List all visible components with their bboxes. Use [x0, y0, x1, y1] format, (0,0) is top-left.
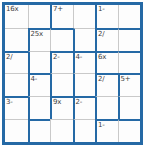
- cell-r2c4[interactable]: 6x: [95, 51, 118, 74]
- cell-r5c1[interactable]: [28, 119, 51, 142]
- cage-clue-i: 6x: [98, 53, 106, 62]
- cell-r3c1[interactable]: 4-: [28, 73, 51, 96]
- cell-r1c1[interactable]: 25x: [28, 28, 51, 51]
- cell-r1c3[interactable]: [73, 28, 96, 51]
- cell-r1c2[interactable]: [50, 28, 73, 51]
- cell-r2c3[interactable]: 4-: [73, 51, 96, 74]
- cell-r0c4[interactable]: 1-: [95, 5, 118, 28]
- cell-r4c1[interactable]: [28, 96, 51, 119]
- cage-clue-j: 4-: [31, 75, 38, 84]
- cage-clue-k: 2/: [98, 75, 104, 84]
- cage-clue-n: 9x: [53, 98, 61, 107]
- cell-r4c5[interactable]: [118, 96, 141, 119]
- kenken-board: 16x7+1-25x2/2/2-4-6x4-2/5+3-9x2-1-: [2, 2, 143, 145]
- cell-r5c4[interactable]: 1-: [95, 119, 118, 142]
- cage-clue-l: 5+: [121, 75, 131, 84]
- cage-clue-f: 2/: [6, 53, 12, 62]
- cell-r3c4[interactable]: 2/: [95, 73, 118, 96]
- cell-r5c3[interactable]: [73, 119, 96, 142]
- cell-r0c2[interactable]: 7+: [50, 5, 73, 28]
- cell-r4c2[interactable]: 9x: [50, 96, 73, 119]
- cage-clue-c: 1-: [98, 5, 105, 14]
- cell-r2c2[interactable]: 2-: [50, 51, 73, 74]
- cell-r4c3[interactable]: 2-: [73, 96, 96, 119]
- cage-clue-a: 16x: [6, 5, 18, 14]
- cell-r3c3[interactable]: [73, 73, 96, 96]
- cell-r1c4[interactable]: 2/: [95, 28, 118, 51]
- cell-r4c4[interactable]: [95, 96, 118, 119]
- cell-r1c5[interactable]: [118, 28, 141, 51]
- cell-r0c0[interactable]: 16x: [5, 5, 28, 28]
- cell-r5c2[interactable]: [50, 119, 73, 142]
- cell-r0c3[interactable]: [73, 5, 96, 28]
- cell-r2c1[interactable]: [28, 51, 51, 74]
- cell-r2c5[interactable]: [118, 51, 141, 74]
- cell-r5c5[interactable]: [118, 119, 141, 142]
- cell-r5c0[interactable]: [5, 119, 28, 142]
- cell-r1c0[interactable]: [5, 28, 28, 51]
- cell-r0c5[interactable]: [118, 5, 141, 28]
- cell-r2c0[interactable]: 2/: [5, 51, 28, 74]
- cage-clue-b: 7+: [53, 5, 63, 14]
- cell-r3c5[interactable]: 5+: [118, 73, 141, 96]
- cage-clue-o: 2-: [76, 98, 83, 107]
- cage-clue-h: 4-: [76, 53, 83, 62]
- cell-r3c0[interactable]: [5, 73, 28, 96]
- cage-clue-p: 1-: [98, 121, 105, 130]
- cage-clue-e: 2/: [98, 30, 104, 39]
- cage-clue-d: 25x: [31, 30, 43, 39]
- cage-clue-m: 3-: [6, 98, 13, 107]
- cell-r0c1[interactable]: [28, 5, 51, 28]
- cage-clue-g: 2-: [53, 53, 60, 62]
- cell-r4c0[interactable]: 3-: [5, 96, 28, 119]
- cell-r3c2[interactable]: [50, 73, 73, 96]
